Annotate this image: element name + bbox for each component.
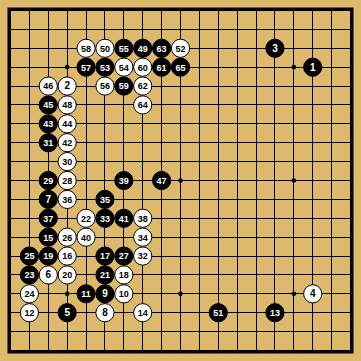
stone-number: 57: [81, 63, 91, 73]
stone-B25[interactable]: 25: [20, 247, 38, 265]
stone-B31[interactable]: 31: [39, 134, 57, 152]
stone-number: 7: [45, 194, 51, 205]
stone-W2[interactable]: 2: [58, 77, 76, 95]
stone-number: 55: [119, 44, 129, 54]
stone-W6[interactable]: 6: [39, 266, 57, 284]
stone-number: 23: [24, 270, 34, 280]
stone-W42[interactable]: 42: [58, 134, 76, 152]
stone-number: 42: [62, 138, 72, 148]
stone-B65[interactable]: 65: [171, 58, 189, 76]
stone-W46[interactable]: 46: [39, 77, 57, 95]
stone-number: 49: [138, 44, 148, 54]
stone-number: 65: [175, 63, 185, 73]
stone-B9[interactable]: 9: [96, 285, 114, 303]
stone-B51[interactable]: 51: [209, 304, 227, 322]
go-board[interactable]: 1234567891011121314151617181920212223242…: [0, 0, 361, 361]
stone-W26[interactable]: 26: [58, 228, 76, 246]
stone-number: 64: [138, 100, 148, 110]
stone-W60[interactable]: 60: [134, 58, 152, 76]
stone-W18[interactable]: 18: [115, 266, 133, 284]
stone-W34[interactable]: 34: [134, 228, 152, 246]
stone-number: 51: [213, 308, 223, 318]
stone-B1[interactable]: 1: [304, 58, 322, 76]
stone-W12[interactable]: 12: [20, 304, 38, 322]
hoshi-point: [178, 178, 183, 183]
stone-B15[interactable]: 15: [39, 228, 57, 246]
stone-number: 16: [62, 251, 72, 261]
hoshi-point: [178, 292, 183, 297]
stone-W32[interactable]: 32: [134, 247, 152, 265]
stone-B7[interactable]: 7: [39, 190, 57, 208]
stone-number: 41: [119, 214, 129, 224]
stone-number: 10: [119, 289, 129, 299]
stone-number: 39: [119, 176, 129, 186]
stone-number: 46: [43, 81, 53, 91]
stone-number: 26: [62, 233, 72, 243]
stone-W4[interactable]: 4: [304, 285, 322, 303]
stone-B33[interactable]: 33: [96, 209, 114, 227]
stone-W58[interactable]: 58: [77, 39, 95, 57]
stone-number: 48: [62, 100, 72, 110]
stone-W38[interactable]: 38: [134, 209, 152, 227]
stone-number: 18: [119, 270, 129, 280]
hoshi-point: [65, 292, 70, 297]
stone-number: 53: [100, 63, 110, 73]
stone-number: 38: [138, 214, 148, 224]
stone-number: 30: [62, 157, 72, 167]
stone-number: 58: [81, 44, 91, 54]
stone-B5[interactable]: 5: [58, 304, 76, 322]
stone-number: 44: [62, 119, 72, 129]
stone-B57[interactable]: 57: [77, 58, 95, 76]
stone-number: 61: [157, 63, 167, 73]
stone-number: 36: [62, 195, 72, 205]
stone-B55[interactable]: 55: [115, 39, 133, 57]
stone-W14[interactable]: 14: [134, 304, 152, 322]
stone-number: 8: [102, 307, 108, 318]
stone-B21[interactable]: 21: [96, 266, 114, 284]
stone-number: 59: [119, 81, 129, 91]
hoshi-point: [292, 65, 297, 70]
stone-number: 34: [138, 233, 148, 243]
stone-W36[interactable]: 36: [58, 190, 76, 208]
stone-W62[interactable]: 62: [134, 77, 152, 95]
stone-B11[interactable]: 11: [77, 285, 95, 303]
stone-W64[interactable]: 64: [134, 96, 152, 114]
stone-W50[interactable]: 50: [96, 39, 114, 57]
stone-number: 33: [100, 214, 110, 224]
stone-W44[interactable]: 44: [58, 115, 76, 133]
stone-B53[interactable]: 53: [96, 58, 114, 76]
stone-B13[interactable]: 13: [266, 304, 284, 322]
stone-number: 19: [43, 251, 53, 261]
stone-W56[interactable]: 56: [96, 77, 114, 95]
stone-number: 24: [24, 289, 34, 299]
stone-number: 6: [45, 269, 51, 280]
stone-number: 21: [100, 270, 110, 280]
stone-W28[interactable]: 28: [58, 171, 76, 189]
stone-W20[interactable]: 20: [58, 266, 76, 284]
stone-number: 45: [43, 100, 53, 110]
stone-B35[interactable]: 35: [96, 190, 114, 208]
stone-B47[interactable]: 47: [153, 171, 171, 189]
stone-number: 35: [100, 195, 110, 205]
stone-number: 15: [43, 233, 53, 243]
stone-number: 29: [43, 176, 53, 186]
stone-number: 17: [100, 251, 110, 261]
stone-number: 11: [81, 289, 91, 299]
stone-B61[interactable]: 61: [153, 58, 171, 76]
stone-W30[interactable]: 30: [58, 153, 76, 171]
stone-number: 9: [102, 288, 108, 299]
stone-number: 28: [62, 176, 72, 186]
stone-number: 27: [119, 251, 129, 261]
stone-B63[interactable]: 63: [153, 39, 171, 57]
stone-number: 13: [270, 308, 280, 318]
go-board-diagram: 1234567891011121314151617181920212223242…: [0, 0, 361, 361]
stone-number: 62: [138, 81, 148, 91]
stone-number: 40: [81, 233, 91, 243]
stone-B49[interactable]: 49: [134, 39, 152, 57]
stone-number: 54: [119, 63, 129, 73]
stone-B43[interactable]: 43: [39, 115, 57, 133]
stone-B19[interactable]: 19: [39, 247, 57, 265]
stone-number: 4: [310, 288, 316, 299]
stone-W54[interactable]: 54: [115, 58, 133, 76]
stone-B45[interactable]: 45: [39, 96, 57, 114]
stone-B3[interactable]: 3: [266, 39, 284, 57]
stone-B27[interactable]: 27: [115, 247, 133, 265]
stone-B17[interactable]: 17: [96, 247, 114, 265]
stone-number: 47: [157, 176, 167, 186]
stone-B37[interactable]: 37: [39, 209, 57, 227]
stone-B23[interactable]: 23: [20, 266, 38, 284]
stone-number: 31: [43, 138, 53, 148]
stone-number: 1: [310, 62, 316, 73]
stone-W8[interactable]: 8: [96, 304, 114, 322]
stone-number: 20: [62, 270, 72, 280]
stone-number: 14: [138, 308, 148, 318]
stone-number: 25: [24, 251, 34, 261]
stone-B29[interactable]: 29: [39, 171, 57, 189]
stone-W52[interactable]: 52: [171, 39, 189, 57]
stone-W10[interactable]: 10: [115, 285, 133, 303]
stone-W24[interactable]: 24: [20, 285, 38, 303]
stone-number: 60: [138, 63, 148, 73]
stone-number: 5: [64, 307, 70, 318]
hoshi-point: [292, 292, 297, 297]
stone-B41[interactable]: 41: [115, 209, 133, 227]
stone-number: 50: [100, 44, 110, 54]
stone-number: 2: [64, 80, 70, 91]
stone-number: 43: [43, 119, 53, 129]
hoshi-point: [65, 65, 70, 70]
stone-number: 32: [138, 251, 148, 261]
stone-B39[interactable]: 39: [115, 171, 133, 189]
stone-W48[interactable]: 48: [58, 96, 76, 114]
stone-W40[interactable]: 40: [77, 228, 95, 246]
stone-number: 37: [43, 214, 53, 224]
stone-number: 63: [157, 44, 167, 54]
stone-number: 3: [272, 43, 278, 54]
stone-B59[interactable]: 59: [115, 77, 133, 95]
stone-number: 56: [100, 81, 110, 91]
stone-W16[interactable]: 16: [58, 247, 76, 265]
stone-number: 22: [81, 214, 91, 224]
hoshi-point: [292, 178, 297, 183]
stone-number: 12: [24, 308, 34, 318]
stone-number: 52: [175, 44, 185, 54]
stone-W22[interactable]: 22: [77, 209, 95, 227]
